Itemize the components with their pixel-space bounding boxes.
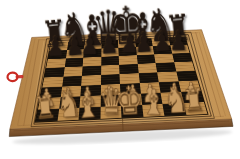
square-b1 xyxy=(57,108,79,121)
square-c1 xyxy=(79,107,101,120)
product-photo: ♜♞♝♛♚♝♞♜♟♟♟♟♟♟♟♟♟♟♟♟♟♟♟♟♜♞♝♛♚♝♞♜ xyxy=(0,0,240,159)
square-g1 xyxy=(162,103,185,116)
square-f1 xyxy=(142,104,165,117)
square-h1 xyxy=(183,102,207,115)
square-d1 xyxy=(100,106,121,119)
tilted-board-scene: ♜♞♝♛♚♝♞♜♟♟♟♟♟♟♟♟♟♟♟♟♟♟♟♟♜♞♝♛♚♝♞♜ xyxy=(0,0,240,159)
chess-board xyxy=(36,37,208,122)
square-e1 xyxy=(121,105,143,118)
square-a1 xyxy=(36,109,59,122)
perspective-scene xyxy=(0,0,240,159)
